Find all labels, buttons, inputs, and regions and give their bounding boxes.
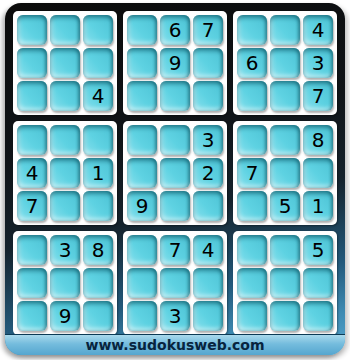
sudoku-box-1-1: 4	[13, 11, 117, 115]
cell-r1c6[interactable]: 7	[193, 15, 223, 45]
cell-r4c9[interactable]: 8	[303, 125, 333, 155]
cell-r1c8[interactable]	[270, 15, 300, 45]
cell-r1c9[interactable]: 4	[303, 15, 333, 45]
cell-r5c6[interactable]: 2	[193, 158, 223, 188]
cell-r3c1[interactable]	[17, 81, 47, 111]
cell-r4c4[interactable]	[127, 125, 157, 155]
cell-r9c2[interactable]: 9	[50, 301, 80, 331]
cell-r2c7[interactable]: 6	[237, 48, 267, 78]
cell-r8c7[interactable]	[237, 268, 267, 298]
cell-r7c8[interactable]	[270, 235, 300, 265]
cell-r7c4[interactable]	[127, 235, 157, 265]
cell-r5c2[interactable]	[50, 158, 80, 188]
cell-r6c9[interactable]: 1	[303, 191, 333, 221]
sudoku-box-2-1: 417	[13, 121, 117, 225]
sudoku-box-1-3: 4637	[233, 11, 337, 115]
cell-r6c5[interactable]	[160, 191, 190, 221]
cell-r6c8[interactable]: 5	[270, 191, 300, 221]
cell-r4c5[interactable]	[160, 125, 190, 155]
cell-r8c8[interactable]	[270, 268, 300, 298]
cell-r4c7[interactable]	[237, 125, 267, 155]
cell-r5c8[interactable]	[270, 158, 300, 188]
sudoku-box-1-2: 679	[123, 11, 227, 115]
cell-r9c5[interactable]: 3	[160, 301, 190, 331]
cell-r9c9[interactable]	[303, 301, 333, 331]
cell-r2c3[interactable]	[83, 48, 113, 78]
cell-r5c9[interactable]	[303, 158, 333, 188]
cell-r4c2[interactable]	[50, 125, 80, 155]
cell-r7c1[interactable]	[17, 235, 47, 265]
cell-r8c9[interactable]	[303, 268, 333, 298]
sudoku-box-3-3: 5	[233, 231, 337, 335]
cell-r4c1[interactable]	[17, 125, 47, 155]
cell-r3c9[interactable]: 7	[303, 81, 333, 111]
cell-r4c6[interactable]: 3	[193, 125, 223, 155]
cell-r2c9[interactable]: 3	[303, 48, 333, 78]
sudoku-box-3-2: 743	[123, 231, 227, 335]
cell-r9c3[interactable]	[83, 301, 113, 331]
sudoku-box-2-2: 329	[123, 121, 227, 225]
cell-r3c2[interactable]	[50, 81, 80, 111]
cell-r5c1[interactable]: 4	[17, 158, 47, 188]
sudoku-box-2-3: 8751	[233, 121, 337, 225]
cell-r9c6[interactable]	[193, 301, 223, 331]
cell-r9c8[interactable]	[270, 301, 300, 331]
cell-r6c4[interactable]: 9	[127, 191, 157, 221]
cell-r3c3[interactable]: 4	[83, 81, 113, 111]
cell-r2c5[interactable]: 9	[160, 48, 190, 78]
cell-r7c5[interactable]: 7	[160, 235, 190, 265]
cell-r7c3[interactable]: 8	[83, 235, 113, 265]
cell-r2c2[interactable]	[50, 48, 80, 78]
cell-r1c3[interactable]	[83, 15, 113, 45]
cell-r7c2[interactable]: 3	[50, 235, 80, 265]
cell-r1c1[interactable]	[17, 15, 47, 45]
cell-r5c7[interactable]: 7	[237, 158, 267, 188]
cell-r1c4[interactable]	[127, 15, 157, 45]
sudoku-box-3-1: 389	[13, 231, 117, 335]
sudoku-board-frame: 4679463741732987513897435 www.sudokusweb…	[5, 3, 345, 355]
cell-r8c3[interactable]	[83, 268, 113, 298]
cell-r6c3[interactable]	[83, 191, 113, 221]
cell-r2c6[interactable]	[193, 48, 223, 78]
cell-r7c6[interactable]: 4	[193, 235, 223, 265]
cell-r8c5[interactable]	[160, 268, 190, 298]
cell-r4c3[interactable]	[83, 125, 113, 155]
cell-r8c2[interactable]	[50, 268, 80, 298]
cell-r5c3[interactable]: 1	[83, 158, 113, 188]
cell-r8c4[interactable]	[127, 268, 157, 298]
cell-r7c7[interactable]	[237, 235, 267, 265]
sudoku-board: 4679463741732987513897435	[13, 11, 337, 335]
cell-r9c1[interactable]	[17, 301, 47, 331]
cell-r3c6[interactable]	[193, 81, 223, 111]
cell-r3c5[interactable]	[160, 81, 190, 111]
cell-r3c7[interactable]	[237, 81, 267, 111]
cell-r2c4[interactable]	[127, 48, 157, 78]
cell-r2c8[interactable]	[270, 48, 300, 78]
cell-r3c4[interactable]	[127, 81, 157, 111]
cell-r1c2[interactable]	[50, 15, 80, 45]
cell-r6c6[interactable]	[193, 191, 223, 221]
cell-r8c6[interactable]	[193, 268, 223, 298]
cell-r9c7[interactable]	[237, 301, 267, 331]
cell-r8c1[interactable]	[17, 268, 47, 298]
cell-r5c4[interactable]	[127, 158, 157, 188]
cell-r9c4[interactable]	[127, 301, 157, 331]
cell-r1c7[interactable]	[237, 15, 267, 45]
cell-r5c5[interactable]	[160, 158, 190, 188]
cell-r4c8[interactable]	[270, 125, 300, 155]
cell-r7c9[interactable]: 5	[303, 235, 333, 265]
cell-r3c8[interactable]	[270, 81, 300, 111]
cell-r2c1[interactable]	[17, 48, 47, 78]
cell-r6c7[interactable]	[237, 191, 267, 221]
cell-r1c5[interactable]: 6	[160, 15, 190, 45]
website-footer: www.sudokusweb.com	[5, 334, 345, 355]
cell-r6c2[interactable]	[50, 191, 80, 221]
cell-r6c1[interactable]: 7	[17, 191, 47, 221]
